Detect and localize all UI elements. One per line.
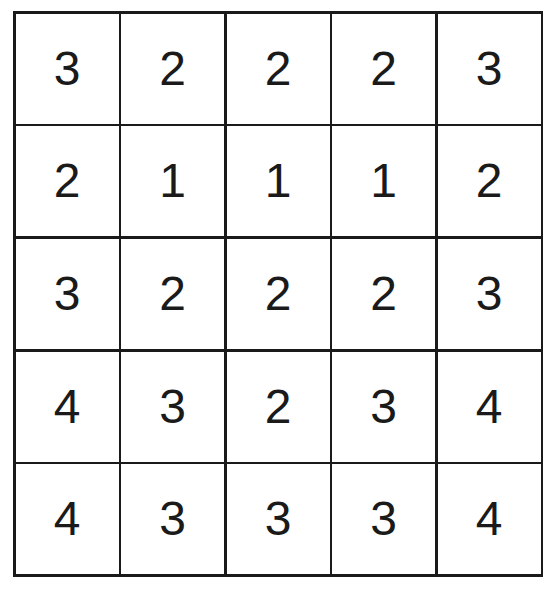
grid-cell-r5c1: 4 [16,464,119,574]
grid-cell-r5c5: 4 [438,464,541,574]
grid-cell-r5c2: 3 [121,464,224,574]
grid-cell-r2c1: 2 [16,126,119,236]
grid-cell-r2c2: 1 [121,126,224,236]
grid-cell-r4c2: 3 [121,352,224,462]
grid-cell-r2c4: 1 [332,126,435,236]
grid-cell-r5c4: 3 [332,464,435,574]
puzzle-grid: 3222321112322234323443334 [13,11,543,577]
grid-cell-r2c3: 1 [227,126,330,236]
grid-cell-r4c1: 4 [16,352,119,462]
grid-cell-r4c3: 2 [227,352,330,462]
grid-cell-r5c3: 3 [227,464,330,574]
grid-cell-r1c5: 3 [438,14,541,124]
grid-cell-r1c3: 2 [227,14,330,124]
grid-cell-r3c4: 2 [332,239,435,349]
grid-cell-r4c4: 3 [332,352,435,462]
grid-cell-r1c4: 2 [332,14,435,124]
grid-cell-r4c5: 4 [438,352,541,462]
grid-cell-r1c2: 2 [121,14,224,124]
grid-cell-r2c5: 2 [438,126,541,236]
grid-cell-r1c1: 3 [16,14,119,124]
grid-cell-r3c1: 3 [16,239,119,349]
grid-cell-r3c5: 3 [438,239,541,349]
grid-cell-r3c2: 2 [121,239,224,349]
grid-cell-r3c3: 2 [227,239,330,349]
